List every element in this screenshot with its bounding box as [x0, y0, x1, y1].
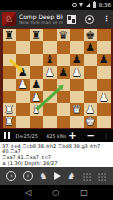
wifi-icon: [79, 3, 83, 7]
piece-black-rook: ♜: [4, 30, 14, 41]
gear-icon[interactable]: [85, 15, 94, 24]
piece-black-pawn: ♟: [72, 54, 82, 65]
square-b5[interactable]: ♟: [16, 66, 30, 78]
square-c5[interactable]: [30, 66, 44, 78]
remove-line-button[interactable]: −: [87, 129, 95, 142]
bottom-toolbar: ‹ › ♞ ♞: [0, 167, 113, 185]
square-g8[interactable]: ♚: [84, 29, 98, 41]
square-e1[interactable]: [57, 116, 71, 128]
nav-home-button[interactable]: ○: [52, 188, 59, 197]
square-f3[interactable]: [70, 91, 84, 103]
board-view-icon[interactable]: [67, 15, 76, 24]
piece-black-pawn: ♟: [31, 79, 41, 90]
square-c4[interactable]: ♟: [30, 79, 44, 91]
battery-icon: [93, 2, 96, 8]
square-a1[interactable]: ♜: [3, 116, 17, 128]
status-bar: 8:36: [0, 0, 113, 10]
pause-engine-button[interactable]: [4, 132, 10, 139]
engine-overflow-icon[interactable]: ⋮: [103, 129, 109, 142]
square-g2[interactable]: ♟: [84, 103, 98, 115]
moves-grid-icon[interactable]: [82, 172, 91, 181]
piece-white-queen: ♛: [72, 104, 82, 115]
square-f2[interactable]: ♛: [70, 103, 84, 115]
piece-white-bishop: ♝: [31, 104, 41, 115]
app-bar: ♘ Comp Deep Blu... New York man vs m... …: [0, 10, 113, 28]
square-e4[interactable]: [57, 79, 71, 91]
phone-screen: 8:36 ♘ Comp Deep Blu... New York man vs …: [0, 0, 113, 200]
piece-black-bishop: ♝: [45, 54, 55, 65]
piece-black-pawn: ♟: [18, 67, 28, 78]
square-g3[interactable]: [84, 91, 98, 103]
engine-speed: 425 kNs: [46, 133, 66, 139]
square-e7[interactable]: [57, 41, 71, 53]
app-icon-knight-glyph: ♘: [5, 12, 13, 26]
square-d1[interactable]: [43, 116, 57, 128]
square-e2[interactable]: [57, 103, 71, 115]
play-button[interactable]: [54, 172, 61, 180]
square-h8[interactable]: [97, 29, 111, 41]
square-a4[interactable]: [3, 79, 17, 91]
square-h6[interactable]: ♟: [97, 54, 111, 66]
square-c3[interactable]: ♟: [30, 91, 44, 103]
square-f8[interactable]: [70, 29, 84, 41]
titles: Comp Deep Blu... New York man vs m...: [19, 13, 63, 26]
square-b1[interactable]: [16, 116, 30, 128]
square-h7[interactable]: [97, 41, 111, 53]
piece-black-queen: ♛: [58, 30, 68, 41]
square-e5[interactable]: ♟: [57, 66, 71, 78]
square-a2[interactable]: ♜: [3, 103, 17, 115]
piece-white-king: ♚: [85, 116, 95, 127]
square-f6[interactable]: ♟: [70, 54, 84, 66]
square-e6[interactable]: [57, 54, 71, 66]
square-d4[interactable]: [43, 79, 57, 91]
square-a5[interactable]: [3, 66, 17, 78]
chess-board: ♜♜♛♚♟♝♟♟♟♟♟♟♟♟♟♟♜♝♛♟♜♚: [0, 28, 113, 129]
alarm-clock-icon: [72, 3, 77, 8]
square-f4[interactable]: [70, 79, 84, 91]
piece-black-pawn: ♟: [85, 42, 95, 53]
overflow-menu-icon[interactable]: ⋮: [103, 10, 110, 28]
signal-icon: [86, 3, 90, 7]
chevron-right-icon: ›: [27, 173, 30, 180]
square-g5[interactable]: [84, 66, 98, 78]
square-d7[interactable]: [43, 41, 57, 53]
chevron-left-icon: ‹: [10, 173, 13, 180]
status-time: 8:36: [99, 0, 111, 10]
appbar-actions: ⋮: [67, 10, 110, 28]
square-a7[interactable]: [3, 41, 17, 53]
square-c8[interactable]: ♜: [30, 29, 44, 41]
nav-recents-button[interactable]: □: [80, 188, 88, 197]
analysis-panel[interactable]: 37.♗e4 ♖cb8 38.♔h2 ♖bd8 39.g3 ♔h7 40.♖a7…: [0, 142, 113, 167]
square-d3[interactable]: [43, 91, 57, 103]
hint-knight-icon[interactable]: ♞: [67, 172, 75, 181]
piece-black-pawn: ♟: [58, 67, 68, 78]
piece-black-rook: ♜: [31, 30, 41, 41]
piece-white-pawn: ♟: [31, 92, 41, 103]
engine-knight-icon[interactable]: ♞: [39, 172, 47, 181]
engine-bar: D=25/25 425 kNs + − ⋮: [0, 129, 113, 142]
square-c7[interactable]: [30, 41, 44, 53]
square-a8[interactable]: ♜: [3, 29, 17, 41]
square-h4[interactable]: [97, 79, 111, 91]
piece-white-pawn: ♟: [18, 79, 28, 90]
square-e8[interactable]: ♛: [57, 29, 71, 41]
square-g7[interactable]: ♟: [84, 41, 98, 53]
square-h1[interactable]: [97, 116, 111, 128]
square-b3[interactable]: [16, 91, 30, 103]
piece-white-pawn: ♟: [45, 67, 55, 78]
square-g6[interactable]: [84, 54, 98, 66]
square-d5[interactable]: ♟: [43, 66, 57, 78]
next-move-button[interactable]: ›: [23, 171, 33, 181]
square-f1[interactable]: [70, 116, 84, 128]
analysis-eval: ± (1.30) Depth: 24/27: [2, 161, 111, 167]
square-f7[interactable]: [70, 41, 84, 53]
game-title: Comp Deep Blu...: [19, 13, 63, 20]
square-c6[interactable]: [30, 54, 44, 66]
piece-white-pawn: ♟: [72, 67, 82, 78]
piece-black-pawn: ♟: [99, 54, 109, 65]
piece-black-king: ♚: [85, 30, 95, 41]
square-a3[interactable]: [3, 91, 17, 103]
square-d6[interactable]: ♝: [43, 54, 57, 66]
add-line-button[interactable]: +: [68, 129, 76, 142]
square-d8[interactable]: [43, 29, 57, 41]
piece-white-rook: ♜: [4, 116, 14, 127]
square-c2[interactable]: ♝: [30, 103, 44, 115]
square-b8[interactable]: [16, 29, 30, 41]
piece-white-pawn: ♟: [85, 104, 95, 115]
square-g1[interactable]: ♚: [84, 116, 98, 128]
piece-white-rook: ♜: [4, 104, 14, 115]
app-icon: ♘: [2, 12, 16, 26]
board-grid: ♜♜♛♚♟♝♟♟♟♟♟♟♟♟♟♟♜♝♛♟♜♚: [3, 29, 111, 128]
prev-move-button[interactable]: ‹: [6, 171, 16, 181]
square-b7[interactable]: [16, 41, 30, 53]
square-b6[interactable]: [16, 54, 30, 66]
game-subtitle: New York man vs m...: [19, 20, 63, 26]
square-h5[interactable]: [97, 66, 111, 78]
piece-white-pawn: ♟: [99, 92, 109, 103]
square-h3[interactable]: ♟: [97, 91, 111, 103]
engine-depth: D=25/25: [16, 133, 38, 139]
position-grid-icon[interactable]: [97, 172, 106, 181]
square-d2[interactable]: [43, 103, 57, 115]
android-nav-bar: ◁ ○ □: [0, 185, 113, 200]
square-c1[interactable]: [30, 116, 44, 128]
square-h2[interactable]: [97, 103, 111, 115]
square-g4[interactable]: [84, 79, 98, 91]
square-b4[interactable]: ♟: [16, 79, 30, 91]
square-a6[interactable]: [3, 54, 17, 66]
square-e3[interactable]: [57, 91, 71, 103]
square-b2[interactable]: [16, 103, 30, 115]
nav-back-button[interactable]: ◁: [25, 188, 31, 197]
square-f5[interactable]: ♟: [70, 66, 84, 78]
